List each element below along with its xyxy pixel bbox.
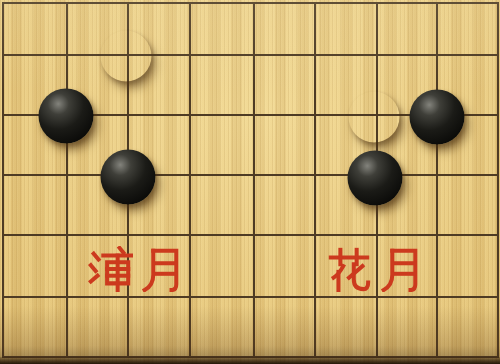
hanzi-pu-glyph	[87, 246, 133, 292]
black-stone	[39, 89, 94, 144]
white-stone	[349, 92, 400, 143]
board-bottom-shadow	[0, 357, 500, 364]
white-stone	[101, 31, 152, 82]
black-stone	[101, 150, 156, 205]
hanzi-hua-glyph	[326, 246, 372, 292]
label-kagetsu: 花月	[326, 246, 422, 292]
renju-openings-diagram: 浦月 花月	[0, 0, 500, 364]
hanzi-yue-glyph	[137, 246, 183, 292]
label-hogetsu: 浦月	[87, 246, 183, 292]
black-stone	[348, 151, 403, 206]
stones-layer	[0, 0, 500, 364]
hanzi-yue-glyph	[376, 246, 422, 292]
black-stone	[410, 90, 465, 145]
